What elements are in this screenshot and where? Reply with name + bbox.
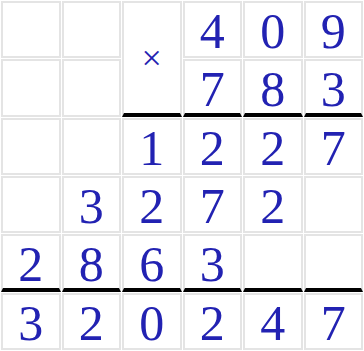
cell-r6-c6: 7 xyxy=(304,293,364,350)
cell-r2-c2 xyxy=(62,59,122,116)
cell-r1-c4: 4 xyxy=(183,1,243,58)
cell-r3-c4: 2 xyxy=(183,118,243,175)
cell-r2-c6: 3 xyxy=(304,59,364,116)
cell-r1-c1 xyxy=(1,1,61,58)
cell-r2-c4: 7 xyxy=(183,59,243,116)
cell-r6-c5: 4 xyxy=(243,293,303,350)
cell-r2-c5: 8 xyxy=(243,59,303,116)
cell-r4-c2: 3 xyxy=(62,176,122,233)
cell-r3-c3: 1 xyxy=(122,118,182,175)
cell-r6-c2: 2 xyxy=(62,293,122,350)
cell-r3-c2 xyxy=(62,118,122,175)
cell-r6-c1: 3 xyxy=(1,293,61,350)
cell-r1-c2 xyxy=(62,1,122,58)
cell-r6-c4: 2 xyxy=(183,293,243,350)
multiplication-grid: ×409783122732722863320247 xyxy=(0,0,364,351)
cell-r4-c5: 2 xyxy=(243,176,303,233)
cell-r4-c6 xyxy=(304,176,364,233)
cell-r3-c5: 2 xyxy=(243,118,303,175)
cell-r4-c1 xyxy=(1,176,61,233)
cell-r4-c3: 2 xyxy=(122,176,182,233)
operator-cell: × xyxy=(122,1,182,117)
cell-r5-c4: 3 xyxy=(183,234,243,291)
cell-r1-c6: 9 xyxy=(304,1,364,58)
cell-r5-c1: 2 xyxy=(1,234,61,291)
cell-r3-c6: 7 xyxy=(304,118,364,175)
cell-r5-c2: 8 xyxy=(62,234,122,291)
cell-r6-c3: 0 xyxy=(122,293,182,350)
cell-r5-c5 xyxy=(243,234,303,291)
cell-r3-c1 xyxy=(1,118,61,175)
cell-r2-c1 xyxy=(1,59,61,116)
cell-r5-c3: 6 xyxy=(122,234,182,291)
cell-r1-c5: 0 xyxy=(243,1,303,58)
cell-r5-c6 xyxy=(304,234,364,291)
cell-r4-c4: 7 xyxy=(183,176,243,233)
